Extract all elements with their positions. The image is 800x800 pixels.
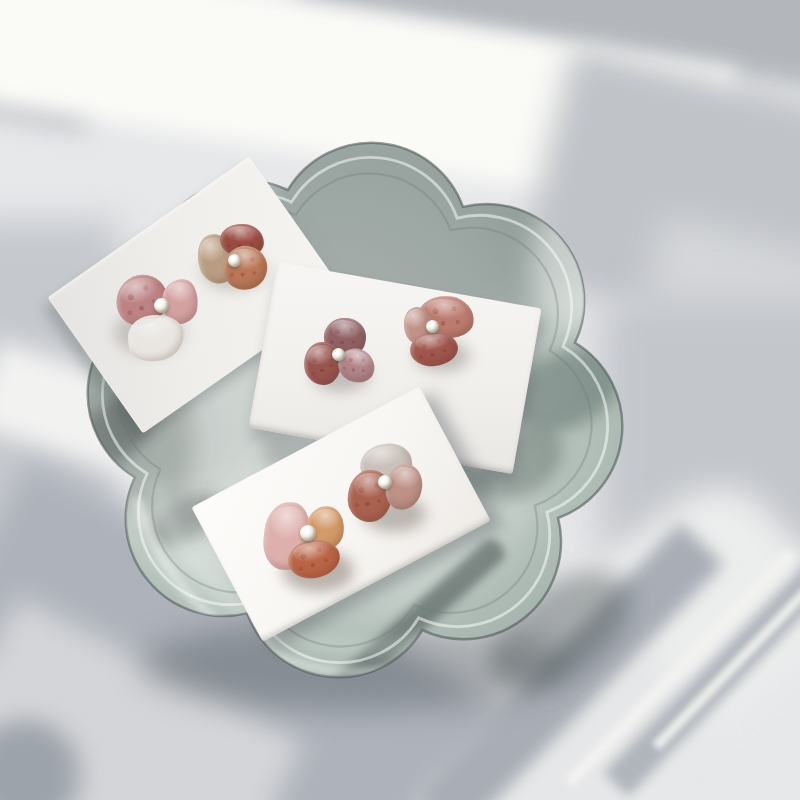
earring-card1-right xyxy=(196,222,278,294)
pearl xyxy=(154,298,169,313)
pearl xyxy=(300,525,316,541)
plate-right-rim-highlight xyxy=(560,518,607,605)
top-right-shadow-band xyxy=(294,0,800,93)
earring-card2-left xyxy=(302,316,378,388)
earring-card2-right xyxy=(402,294,480,370)
pearl xyxy=(426,320,439,333)
pearl xyxy=(378,475,392,489)
top-left-corner-shadow xyxy=(0,0,113,131)
earring-card3-right xyxy=(344,440,426,524)
earring-card1-left xyxy=(112,270,202,365)
photo-scene xyxy=(0,0,800,800)
earring-card3-left xyxy=(262,498,348,582)
bottom-right-light-streak-2 xyxy=(652,528,800,751)
right-soft-light xyxy=(621,216,800,444)
pearl xyxy=(228,254,241,267)
corner-dark-blob xyxy=(0,720,80,800)
pearl xyxy=(332,348,345,361)
